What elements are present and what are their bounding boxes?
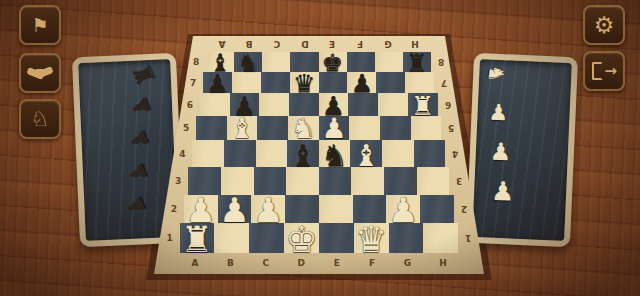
piece-black-bishop-d4[interactable]: ♝ xyxy=(290,141,317,171)
gear-icon: ⚙ xyxy=(594,14,615,37)
resign-flag-button[interactable]: ⚑ xyxy=(19,5,61,45)
piece-white-pawn-c2[interactable]: ♟ xyxy=(253,193,283,227)
exit-door-icon: → xyxy=(592,62,616,80)
piece-white-bishop-b5[interactable]: ♝ xyxy=(230,115,255,143)
piece-white-pawn-b2[interactable]: ♟ xyxy=(219,193,249,227)
piece-black-pawn-a7[interactable]: ♟ xyxy=(206,71,228,96)
piece-white-pawn-g2[interactable]: ♟ xyxy=(388,193,418,227)
piece-white-rook-h6[interactable]: ♜ xyxy=(411,93,434,119)
handshake-icon xyxy=(27,64,53,82)
piece-black-rook-h8[interactable]: ♜ xyxy=(406,51,428,75)
piece-white-queen-f1[interactable]: ♛ xyxy=(355,222,387,258)
piece-black-knight-b8[interactable]: ♞ xyxy=(238,51,260,75)
knight-icon: ♘ xyxy=(31,109,50,130)
piece-white-rook-a1[interactable]: ♜ xyxy=(181,222,213,258)
piece-black-knight-e4[interactable]: ♞ xyxy=(321,141,348,171)
piece-white-king-d1[interactable]: ♚ xyxy=(285,222,317,258)
piece-black-king-e8[interactable]: ♚ xyxy=(322,51,344,75)
chess-app-screen: AABBCCDDEEFFGGHH8877665544332211 ♝♞♚♜♟♛♟… xyxy=(0,0,640,296)
pieces-layer: ♝♞♚♜♟♛♟♟♟♜♝♞♟♝♞♝♟♟♟♟♜♚♛ xyxy=(0,0,640,296)
exit-button[interactable]: → xyxy=(583,51,625,91)
knight-menu-button[interactable]: ♘ xyxy=(19,99,61,139)
piece-white-bishop-f4[interactable]: ♝ xyxy=(353,141,380,171)
flag-icon: ⚑ xyxy=(31,16,48,35)
settings-button[interactable]: ⚙ xyxy=(583,5,625,45)
piece-black-queen-d7[interactable]: ♛ xyxy=(293,71,315,96)
piece-black-pawn-f7[interactable]: ♟ xyxy=(351,71,373,96)
draw-offer-button[interactable] xyxy=(19,53,61,93)
